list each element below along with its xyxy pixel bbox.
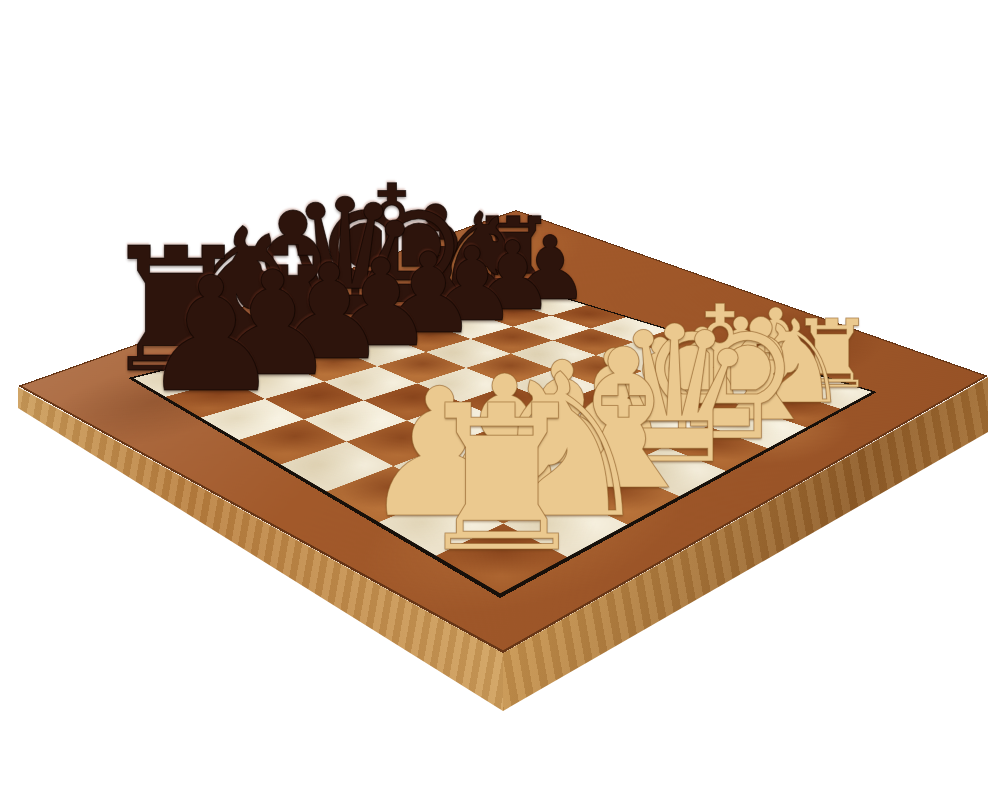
piece-black-pawn-a7: ♟: [140, 256, 282, 415]
piece-white-rook-a1: ♜: [412, 379, 592, 580]
pieces-layer: ♜♞♝♛♚♝♞♜♟♟♟♟♟♟♟♟♟♟♟♟♟♟♟♟♜♞♝♛♚♝♞♜: [0, 0, 1000, 800]
product-photo-stage: ♜♞♝♛♚♝♞♜♟♟♟♟♟♟♟♟♟♟♟♟♟♟♟♟♜♞♝♛♚♝♞♜: [0, 0, 1000, 800]
